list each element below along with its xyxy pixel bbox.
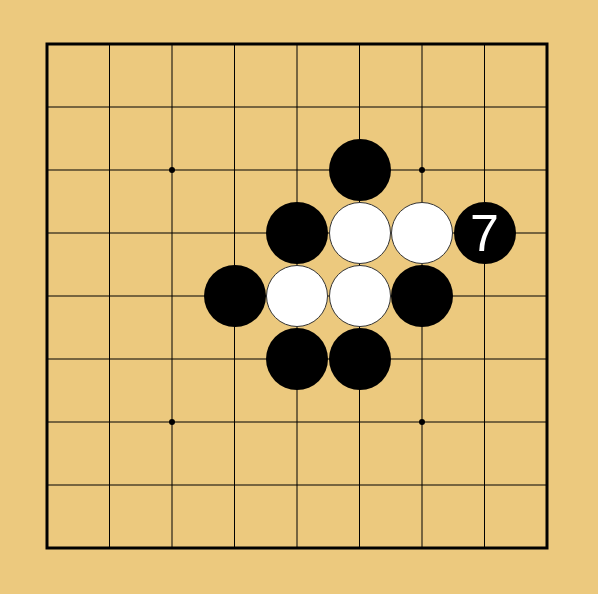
board-cell: 7: [453, 202, 516, 265]
stone-black: [391, 265, 453, 327]
stone-white: [329, 265, 391, 327]
stone-white: [329, 202, 391, 264]
board-cell: [328, 202, 391, 265]
stone-black: [204, 265, 266, 327]
goban: 7: [0, 0, 598, 594]
board-cell: [391, 265, 454, 328]
stone-black-move-7: 7: [454, 202, 516, 264]
board-cell: [266, 265, 329, 328]
board-cell: [266, 202, 329, 265]
stone-layer: 7: [16, 13, 579, 580]
stone-white: [266, 265, 328, 327]
board-cell: [328, 265, 391, 328]
stone-black: [266, 202, 328, 264]
stone-black: [266, 328, 328, 390]
board-cell: [266, 328, 329, 391]
board-cell: [203, 265, 266, 328]
stone-white: [391, 202, 453, 264]
board-cell: [391, 202, 454, 265]
move-number-label: 7: [470, 207, 499, 259]
stone-black: [329, 328, 391, 390]
board-cell: [328, 328, 391, 391]
stone-black: [329, 139, 391, 201]
board-cell: [328, 139, 391, 202]
